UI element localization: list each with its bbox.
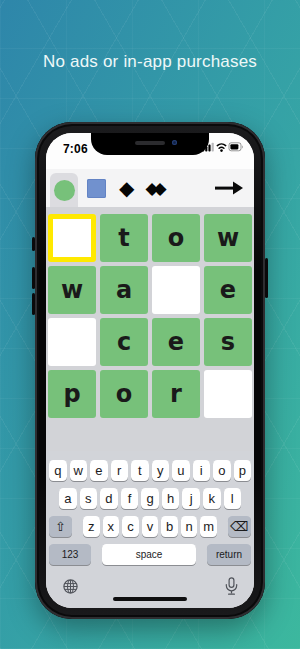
grid-cell-r0c0[interactable] (48, 214, 96, 262)
puzzle-board: towwaecespor (46, 207, 254, 451)
key-o[interactable]: o (213, 460, 231, 481)
keyboard-bottom-bar (49, 572, 251, 596)
grid-cell-r1c0[interactable]: w (48, 266, 96, 314)
blue-square-icon[interactable] (87, 179, 106, 198)
grid-cell-r1c2[interactable] (152, 266, 200, 314)
space-key[interactable]: space (102, 544, 196, 565)
key-a[interactable]: a (59, 488, 77, 509)
shift-key[interactable]: ⇧ (49, 516, 72, 537)
grid-cell-r0c2[interactable]: o (152, 214, 200, 262)
key-t[interactable]: t (131, 460, 149, 481)
caption-text: No ads or in-app purchases (0, 52, 300, 72)
key-l[interactable]: l (224, 488, 242, 509)
status-time: 7:06 (63, 142, 88, 156)
key-f[interactable]: f (121, 488, 139, 509)
volume-up-button (32, 267, 35, 289)
key-u[interactable]: u (172, 460, 190, 481)
phone-screen: 7:06 (46, 133, 254, 608)
power-button (265, 258, 268, 298)
backspace-key[interactable]: ⌫ (228, 516, 251, 537)
keyboard-row-4: 123 space return (49, 544, 251, 565)
grid-cell-r3c0[interactable]: p (48, 370, 96, 418)
key-g[interactable]: g (141, 488, 159, 509)
shift-icon: ⇧ (55, 519, 66, 534)
key-c[interactable]: c (122, 516, 139, 537)
globe-icon[interactable] (62, 578, 79, 595)
keyboard-row-3: ⇧ zxcvbnm ⌫ (49, 516, 251, 537)
status-bar: 7:06 (46, 133, 254, 169)
home-indicator[interactable] (113, 597, 187, 602)
key-y[interactable]: y (152, 460, 170, 481)
diamond-glyph-2: ◆ (153, 179, 166, 198)
grid-cell-r2c2[interactable]: e (152, 318, 200, 366)
wifi-dot (220, 149, 223, 152)
front-camera (172, 140, 177, 145)
key-e[interactable]: e (90, 460, 108, 481)
key-k[interactable]: k (203, 488, 221, 509)
key-v[interactable]: v (142, 516, 159, 537)
speaker-slot (135, 141, 165, 145)
key-w[interactable]: w (70, 460, 88, 481)
screenshot-background: No ads or in-app purchases 7:06 (0, 0, 300, 649)
key-n[interactable]: n (181, 516, 198, 537)
battery-icon (229, 143, 243, 151)
right-arrow-icon (214, 180, 244, 196)
key-j[interactable]: j (182, 488, 200, 509)
next-arrow-button[interactable] (214, 180, 244, 196)
key-x[interactable]: x (103, 516, 120, 537)
key-q[interactable]: q (49, 460, 67, 481)
key-m[interactable]: m (200, 516, 217, 537)
key-z[interactable]: z (83, 516, 100, 537)
grid-cell-r2c1[interactable]: c (100, 318, 148, 366)
key-i[interactable]: i (193, 460, 211, 481)
iphone-frame: 7:06 (35, 122, 265, 619)
keyboard-row-1: qwertyuiop (49, 460, 251, 481)
key-h[interactable]: h (162, 488, 180, 509)
grid-cell-r1c1[interactable]: a (100, 266, 148, 314)
grid-cell-r0c1[interactable]: t (100, 214, 148, 262)
numbers-key[interactable]: 123 (49, 544, 91, 565)
return-key[interactable]: return (207, 544, 251, 565)
diamond-icon[interactable]: ◆ (119, 178, 134, 198)
notch (91, 133, 209, 155)
grid-cell-r2c3[interactable]: s (204, 318, 252, 366)
key-s[interactable]: s (80, 488, 98, 509)
grid-cell-r3c1[interactable]: o (100, 370, 148, 418)
letter-grid: towwaecespor (48, 214, 252, 418)
grid-cell-r3c2[interactable]: r (152, 370, 200, 418)
grid-cell-r3c3[interactable] (204, 370, 252, 418)
grid-cell-r2c0[interactable] (48, 318, 96, 366)
key-b[interactable]: b (161, 516, 178, 537)
grid-cell-r0c3[interactable]: w (204, 214, 252, 262)
ios-keyboard: qwertyuiop asdfghjkl ⇧ zxcvbnm ⌫ 123 spa… (46, 451, 254, 608)
keyboard-row-3-letters: zxcvbnm (83, 516, 217, 537)
key-r[interactable]: r (111, 460, 129, 481)
double-diamond-icon[interactable]: ◆◆ (145, 180, 166, 197)
key-p[interactable]: p (234, 460, 252, 481)
toolbar-green-circle-tab[interactable] (50, 173, 78, 207)
volume-down-button (32, 293, 35, 315)
keyboard-row-2: asdfghjkl (59, 488, 241, 509)
mute-switch (32, 237, 35, 251)
backspace-icon: ⌫ (230, 519, 248, 534)
grid-cell-r1c3[interactable]: e (204, 266, 252, 314)
green-circle-icon (54, 180, 75, 201)
microphone-icon[interactable] (225, 577, 238, 596)
wifi-icon (217, 144, 225, 148)
toolbar: ◆ ◆◆ (46, 169, 254, 207)
key-d[interactable]: d (100, 488, 118, 509)
